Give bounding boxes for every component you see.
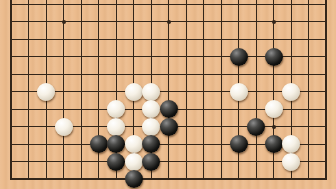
intersection[interactable] (230, 13, 248, 31)
intersection[interactable] (265, 13, 283, 31)
intersection[interactable] (90, 83, 108, 101)
intersection[interactable] (247, 30, 265, 48)
intersection[interactable] (212, 118, 230, 136)
black-stone (247, 118, 265, 136)
intersection[interactable] (125, 65, 143, 83)
intersection[interactable] (265, 135, 283, 153)
intersection[interactable] (177, 135, 195, 153)
intersection[interactable] (90, 48, 108, 66)
intersection[interactable] (125, 48, 143, 66)
intersection[interactable] (37, 30, 55, 48)
grid-line-horizontal (300, 4, 318, 5)
intersection[interactable] (177, 65, 195, 83)
intersection[interactable] (107, 118, 125, 136)
intersection[interactable] (230, 153, 248, 171)
star-point (272, 20, 276, 24)
intersection[interactable] (72, 48, 90, 66)
intersection[interactable] (282, 0, 300, 13)
intersection[interactable] (317, 65, 335, 83)
intersection[interactable] (177, 30, 195, 48)
grid-line-horizontal (317, 178, 327, 180)
grid-line-horizontal (230, 126, 248, 127)
intersection[interactable] (212, 30, 230, 48)
intersection[interactable] (247, 0, 265, 13)
intersection[interactable] (125, 100, 143, 118)
intersection[interactable] (20, 0, 38, 13)
intersection[interactable] (247, 13, 265, 31)
grid-line-vertical (10, 0, 12, 13)
grid-line-horizontal (247, 39, 265, 40)
grid-line-horizontal (160, 56, 178, 57)
grid-line-horizontal (160, 178, 178, 180)
intersection[interactable] (247, 118, 265, 136)
grid-line-horizontal (142, 56, 160, 57)
grid-line-horizontal (195, 39, 213, 40)
grid-line-horizontal (300, 91, 318, 92)
black-stone (230, 48, 248, 66)
intersection[interactable] (125, 118, 143, 136)
grid-line-horizontal (37, 74, 55, 75)
grid-line-horizontal (300, 126, 318, 127)
grid-line-horizontal (72, 144, 90, 145)
intersection[interactable] (300, 170, 318, 188)
intersection[interactable] (37, 135, 55, 153)
intersection[interactable] (107, 170, 125, 188)
grid-line-horizontal (177, 144, 195, 145)
grid-line-horizontal (142, 21, 160, 22)
white-stone (142, 118, 160, 136)
intersection[interactable] (212, 65, 230, 83)
grid-line-horizontal (90, 21, 108, 22)
intersection[interactable] (20, 135, 38, 153)
intersection[interactable] (55, 100, 73, 118)
intersection[interactable] (300, 13, 318, 31)
intersection[interactable] (142, 118, 160, 136)
grid-line-horizontal (10, 56, 20, 57)
grid-line-horizontal (37, 4, 55, 5)
intersection[interactable] (177, 153, 195, 171)
grid-line-horizontal (317, 56, 327, 57)
intersection[interactable] (142, 30, 160, 48)
intersection[interactable] (72, 170, 90, 188)
intersection[interactable] (55, 13, 73, 31)
intersection[interactable] (55, 170, 73, 188)
intersection[interactable] (317, 153, 335, 171)
grid-line-horizontal (195, 56, 213, 57)
intersection[interactable] (142, 100, 160, 118)
intersection[interactable] (247, 153, 265, 171)
grid-line-horizontal (282, 4, 300, 5)
intersection[interactable] (90, 100, 108, 118)
grid-line-horizontal (72, 56, 90, 57)
intersection[interactable] (300, 118, 318, 136)
intersection[interactable] (300, 0, 318, 13)
grid-line-horizontal (55, 56, 73, 57)
intersection[interactable] (195, 48, 213, 66)
grid-line-horizontal (265, 91, 283, 92)
intersection[interactable] (20, 118, 38, 136)
intersection[interactable] (107, 100, 125, 118)
black-stone (142, 135, 160, 153)
intersection[interactable] (37, 83, 55, 101)
grid-line-horizontal (195, 91, 213, 92)
intersection[interactable] (107, 153, 125, 171)
intersection[interactable] (142, 65, 160, 83)
intersection[interactable] (212, 153, 230, 171)
intersection[interactable] (37, 13, 55, 31)
intersection[interactable] (230, 65, 248, 83)
grid-line-horizontal (317, 91, 327, 92)
intersection[interactable] (125, 13, 143, 31)
grid-line-horizontal (125, 126, 143, 127)
intersection[interactable] (37, 170, 55, 188)
intersection[interactable] (2, 118, 20, 136)
intersection[interactable] (2, 0, 20, 13)
grid-line-horizontal (55, 4, 73, 5)
intersection[interactable] (195, 65, 213, 83)
white-stone (142, 83, 160, 101)
grid-line-horizontal (37, 109, 55, 110)
intersection[interactable] (160, 135, 178, 153)
intersection[interactable] (142, 0, 160, 13)
intersection[interactable] (72, 118, 90, 136)
grid-line-horizontal (90, 56, 108, 57)
star-point (167, 20, 171, 24)
intersection[interactable] (212, 170, 230, 188)
intersection[interactable] (72, 100, 90, 118)
intersection[interactable] (160, 83, 178, 101)
intersection[interactable] (90, 135, 108, 153)
intersection[interactable] (90, 170, 108, 188)
intersection[interactable] (2, 170, 20, 188)
intersection[interactable] (2, 100, 20, 118)
intersection[interactable] (55, 153, 73, 171)
intersection[interactable] (282, 135, 300, 153)
grid-line-horizontal (212, 39, 230, 40)
intersection[interactable] (282, 83, 300, 101)
intersection[interactable] (37, 0, 55, 13)
intersection[interactable] (160, 65, 178, 83)
intersection[interactable] (107, 0, 125, 13)
intersection[interactable] (72, 153, 90, 171)
grid-line-horizontal (300, 74, 318, 75)
intersection[interactable] (160, 13, 178, 31)
intersection[interactable] (125, 0, 143, 13)
intersection[interactable] (177, 13, 195, 31)
intersection[interactable] (282, 30, 300, 48)
intersection[interactable] (177, 118, 195, 136)
grid-line-horizontal (247, 74, 265, 75)
intersection[interactable] (300, 30, 318, 48)
grid-line-horizontal (300, 109, 318, 110)
grid-line-horizontal (90, 161, 108, 162)
intersection[interactable] (142, 153, 160, 171)
intersection[interactable] (230, 135, 248, 153)
grid-line-horizontal (212, 21, 230, 22)
intersection[interactable] (72, 30, 90, 48)
intersection[interactable] (20, 13, 38, 31)
intersection[interactable] (230, 118, 248, 136)
intersection[interactable] (2, 153, 20, 171)
intersection[interactable] (282, 118, 300, 136)
intersection[interactable] (247, 100, 265, 118)
intersection[interactable] (195, 0, 213, 13)
grid-line-horizontal (317, 74, 327, 75)
intersection[interactable] (55, 118, 73, 136)
intersection[interactable] (265, 48, 283, 66)
intersection[interactable] (212, 13, 230, 31)
intersection[interactable] (282, 48, 300, 66)
intersection[interactable] (142, 83, 160, 101)
grid-line-horizontal (212, 178, 230, 180)
intersection[interactable] (2, 135, 20, 153)
intersection[interactable] (90, 30, 108, 48)
intersection[interactable] (107, 30, 125, 48)
intersection[interactable] (212, 135, 230, 153)
intersection[interactable] (212, 83, 230, 101)
intersection[interactable] (212, 100, 230, 118)
grid-line-horizontal (107, 74, 125, 75)
grid-line-horizontal (282, 126, 300, 127)
intersection[interactable] (230, 83, 248, 101)
intersection[interactable] (195, 118, 213, 136)
intersection[interactable] (90, 0, 108, 13)
intersection[interactable] (20, 170, 38, 188)
grid-line-horizontal (265, 161, 283, 162)
grid-line-horizontal (247, 161, 265, 162)
intersection[interactable] (160, 48, 178, 66)
intersection[interactable] (2, 83, 20, 101)
intersection[interactable] (107, 48, 125, 66)
grid-line-horizontal (10, 39, 20, 40)
intersection[interactable] (230, 100, 248, 118)
intersection[interactable] (317, 100, 335, 118)
grid-line-horizontal (55, 144, 73, 145)
grid-line-horizontal (247, 144, 265, 145)
intersection[interactable] (282, 170, 300, 188)
intersection[interactable] (160, 0, 178, 13)
grid-line-horizontal (300, 21, 318, 22)
intersection[interactable] (20, 30, 38, 48)
grid-line-horizontal (72, 39, 90, 40)
intersection[interactable] (37, 153, 55, 171)
intersection[interactable] (37, 100, 55, 118)
intersection[interactable] (37, 118, 55, 136)
grid-line-horizontal (37, 161, 55, 162)
intersection[interactable] (282, 100, 300, 118)
intersection[interactable] (247, 83, 265, 101)
intersection[interactable] (160, 170, 178, 188)
intersection[interactable] (265, 153, 283, 171)
intersection[interactable] (160, 30, 178, 48)
intersection[interactable] (282, 13, 300, 31)
intersection[interactable] (125, 30, 143, 48)
grid-line-horizontal (107, 178, 125, 180)
intersection[interactable] (160, 118, 178, 136)
grid-line-vertical (116, 0, 117, 13)
intersection[interactable] (72, 135, 90, 153)
intersection[interactable] (177, 100, 195, 118)
intersection[interactable] (142, 170, 160, 188)
grid-line-horizontal (90, 74, 108, 75)
intersection[interactable] (90, 153, 108, 171)
intersection[interactable] (195, 170, 213, 188)
intersection[interactable] (317, 118, 335, 136)
white-stone (55, 118, 73, 136)
intersection[interactable] (55, 0, 73, 13)
grid-line-horizontal (10, 178, 20, 180)
intersection[interactable] (177, 83, 195, 101)
intersection[interactable] (107, 65, 125, 83)
grid-line-horizontal (55, 91, 73, 92)
intersection[interactable] (20, 153, 38, 171)
white-stone (282, 83, 300, 101)
intersection[interactable] (230, 0, 248, 13)
grid-line-horizontal (212, 161, 230, 162)
grid-line-horizontal (300, 161, 318, 162)
grid-line-horizontal (230, 161, 248, 162)
intersection[interactable] (55, 30, 73, 48)
intersection[interactable] (90, 118, 108, 136)
intersection[interactable] (20, 65, 38, 83)
grid-line-horizontal (72, 126, 90, 127)
grid-line-horizontal (72, 178, 90, 180)
intersection[interactable] (37, 48, 55, 66)
grid-line-horizontal (300, 144, 318, 145)
grid-line-horizontal (300, 178, 318, 180)
intersection[interactable] (2, 48, 20, 66)
intersection[interactable] (195, 83, 213, 101)
intersection[interactable] (265, 83, 283, 101)
intersection[interactable] (300, 83, 318, 101)
intersection[interactable] (160, 153, 178, 171)
intersection[interactable] (247, 65, 265, 83)
intersection[interactable] (177, 48, 195, 66)
intersection[interactable] (125, 135, 143, 153)
intersection[interactable] (107, 13, 125, 31)
grid-line-horizontal (177, 126, 195, 127)
intersection[interactable] (142, 13, 160, 31)
intersection[interactable] (265, 118, 283, 136)
intersection[interactable] (265, 170, 283, 188)
grid-line-horizontal (195, 74, 213, 75)
intersection[interactable] (37, 65, 55, 83)
intersection[interactable] (282, 65, 300, 83)
intersection[interactable] (195, 13, 213, 31)
intersection[interactable] (300, 153, 318, 171)
intersection[interactable] (20, 100, 38, 118)
intersection[interactable] (125, 170, 143, 188)
grid-line-horizontal (125, 4, 143, 5)
intersection[interactable] (160, 100, 178, 118)
intersection[interactable] (317, 13, 335, 31)
grid-line-horizontal (10, 109, 20, 110)
black-stone (125, 170, 143, 188)
grid-line-horizontal (265, 39, 283, 40)
intersection[interactable] (72, 13, 90, 31)
grid-line-horizontal (107, 4, 125, 5)
intersection[interactable] (72, 65, 90, 83)
intersection[interactable] (300, 100, 318, 118)
intersection[interactable] (317, 135, 335, 153)
intersection[interactable] (247, 48, 265, 66)
intersection[interactable] (20, 83, 38, 101)
intersection[interactable] (265, 100, 283, 118)
intersection[interactable] (125, 83, 143, 101)
grid-line-horizontal (247, 21, 265, 22)
intersection[interactable] (55, 48, 73, 66)
intersection[interactable] (212, 48, 230, 66)
intersection[interactable] (230, 170, 248, 188)
intersection[interactable] (195, 100, 213, 118)
grid-line-horizontal (317, 126, 327, 127)
intersection[interactable] (20, 48, 38, 66)
intersection[interactable] (282, 153, 300, 171)
intersection[interactable] (230, 48, 248, 66)
intersection[interactable] (195, 135, 213, 153)
grid-line-horizontal (90, 91, 108, 92)
intersection[interactable] (265, 65, 283, 83)
intersection[interactable] (90, 65, 108, 83)
grid-line-horizontal (90, 109, 108, 110)
intersection[interactable] (72, 83, 90, 101)
intersection[interactable] (2, 30, 20, 48)
intersection[interactable] (317, 0, 335, 13)
grid-line-vertical (291, 0, 292, 13)
grid-line-horizontal (230, 39, 248, 40)
grid-line-horizontal (90, 126, 108, 127)
intersection[interactable] (317, 83, 335, 101)
intersection[interactable] (212, 0, 230, 13)
intersection[interactable] (55, 65, 73, 83)
intersection[interactable] (177, 170, 195, 188)
white-stone (125, 83, 143, 101)
intersection[interactable] (90, 13, 108, 31)
intersection[interactable] (2, 13, 20, 31)
intersection[interactable] (2, 65, 20, 83)
intersection[interactable] (317, 48, 335, 66)
intersection[interactable] (142, 48, 160, 66)
intersection[interactable] (300, 135, 318, 153)
intersection[interactable] (125, 153, 143, 171)
grid-line-horizontal (317, 39, 327, 40)
intersection[interactable] (230, 30, 248, 48)
intersection[interactable] (195, 30, 213, 48)
intersection[interactable] (142, 135, 160, 153)
intersection[interactable] (300, 65, 318, 83)
grid-line-horizontal (160, 161, 178, 162)
grid-line-horizontal (55, 74, 73, 75)
intersection[interactable] (195, 153, 213, 171)
intersection[interactable] (107, 135, 125, 153)
intersection[interactable] (55, 135, 73, 153)
intersection[interactable] (300, 48, 318, 66)
grid-line-horizontal (230, 74, 248, 75)
grid-line-horizontal (72, 109, 90, 110)
grid-line-horizontal (212, 74, 230, 75)
intersection[interactable] (247, 170, 265, 188)
intersection[interactable] (317, 30, 335, 48)
intersection[interactable] (247, 135, 265, 153)
grid-line-horizontal (142, 4, 160, 5)
intersection[interactable] (72, 0, 90, 13)
intersection[interactable] (265, 30, 283, 48)
intersection[interactable] (317, 170, 335, 188)
intersection[interactable] (177, 0, 195, 13)
intersection[interactable] (265, 0, 283, 13)
intersection[interactable] (55, 83, 73, 101)
intersection[interactable] (107, 83, 125, 101)
